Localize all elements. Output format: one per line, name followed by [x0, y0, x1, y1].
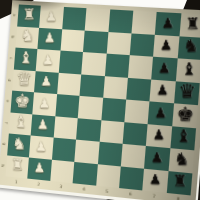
square-c8: ♝	[175, 58, 200, 82]
square-d2: ♟	[34, 71, 58, 94]
white-pawn-icon: ♟	[37, 53, 60, 66]
square-h5	[96, 164, 121, 188]
square-f4	[76, 118, 101, 142]
square-c2: ♟	[36, 49, 60, 72]
white-pawn-icon: ♟	[34, 96, 57, 109]
square-e6	[124, 100, 149, 124]
square-b3	[60, 29, 85, 52]
white-pawn-icon: ♟	[32, 118, 55, 131]
board-grid: ♜♟♟♜♞♟♟♞♝♟♟♝♛♟♟♛♚♟♟♚♝♟♟♝♞♟♟♞♜♟♟♜	[6, 4, 200, 195]
black-pawn-icon: ♟	[149, 106, 173, 120]
chessboard: abcdefgh 12345678 ♜♟♟♜♞♟♟♞♝♟♟♝♛♟♟♛♚♟♟♚♝♟…	[0, 0, 200, 200]
white-king-icon: ♚	[11, 92, 33, 110]
square-a7: ♟	[155, 12, 181, 36]
square-a8: ♜	[179, 13, 200, 37]
square-h2: ♟	[28, 157, 52, 181]
square-h4	[73, 161, 98, 185]
white-pawn-icon: ♟	[39, 31, 62, 45]
square-g7: ♟	[144, 146, 170, 171]
square-c5	[104, 54, 129, 78]
square-d5	[103, 76, 128, 100]
square-g3	[52, 138, 76, 162]
square-e5	[101, 98, 126, 122]
black-pawn-icon: ♟	[147, 128, 171, 142]
white-knight-icon: ♞	[16, 28, 38, 44]
square-f5	[99, 120, 124, 144]
white-pawn-icon: ♟	[29, 161, 51, 175]
square-c1: ♝	[14, 48, 38, 71]
square-d7: ♟	[150, 79, 176, 103]
black-bishop-icon: ♝	[176, 61, 200, 78]
square-b6	[130, 33, 156, 57]
square-h3	[50, 159, 74, 183]
square-g2: ♟	[29, 135, 53, 159]
square-d3	[57, 72, 81, 96]
square-f6	[122, 122, 147, 146]
square-a6	[131, 11, 157, 35]
black-pawn-icon: ♟	[152, 61, 176, 75]
white-rook-icon: ♜	[18, 7, 40, 23]
square-b8: ♞	[177, 36, 200, 60]
black-king-icon: ♚	[173, 104, 197, 123]
black-rook-icon: ♜	[180, 16, 200, 32]
square-d4	[80, 74, 105, 98]
square-g6	[121, 144, 146, 168]
white-pawn-icon: ♟	[35, 75, 58, 88]
square-f2: ♟	[31, 114, 55, 138]
square-e2: ♟	[33, 92, 57, 116]
square-h6	[119, 166, 144, 191]
square-g4	[74, 140, 99, 164]
square-c7: ♟	[152, 57, 178, 81]
square-d8: ♛	[174, 81, 200, 105]
square-e3	[55, 94, 79, 118]
square-h7: ♟	[143, 168, 169, 193]
square-g8: ♞	[168, 148, 194, 173]
square-a3	[62, 7, 87, 30]
black-pawn-icon: ♟	[151, 83, 175, 97]
black-queen-icon: ♛	[175, 82, 199, 101]
square-f8: ♝	[170, 126, 196, 151]
white-rook-icon: ♜	[6, 158, 28, 174]
white-pawn-icon: ♟	[40, 9, 63, 23]
square-a5	[108, 9, 133, 33]
black-bishop-icon: ♝	[171, 128, 195, 145]
square-e7: ♟	[148, 101, 174, 125]
white-queen-icon: ♛	[13, 70, 35, 88]
square-b4	[83, 30, 108, 53]
square-e1: ♚	[11, 91, 35, 114]
chessboard-photo: abcdefgh 12345678 ♜♟♟♜♞♟♟♞♝♟♟♝♛♟♟♛♚♟♟♚♝♟…	[0, 0, 200, 200]
black-knight-icon: ♞	[169, 151, 193, 168]
square-a4	[85, 8, 110, 31]
black-pawn-icon: ♟	[143, 172, 167, 186]
square-c3	[59, 51, 84, 74]
black-pawn-icon: ♟	[145, 150, 169, 164]
square-c4	[81, 52, 106, 76]
square-b7: ♟	[153, 34, 179, 58]
square-g5	[97, 142, 122, 166]
black-pawn-icon: ♟	[154, 38, 178, 52]
white-bishop-icon: ♝	[15, 50, 37, 66]
square-g1: ♞	[7, 133, 31, 157]
black-pawn-icon: ♟	[156, 16, 180, 30]
square-f1: ♝	[9, 112, 33, 135]
square-a1: ♜	[17, 4, 41, 27]
square-d6	[126, 77, 151, 101]
square-f3	[53, 116, 77, 140]
square-e4	[78, 96, 103, 120]
white-knight-icon: ♞	[8, 136, 30, 152]
square-h1: ♜	[6, 155, 30, 179]
white-bishop-icon: ♝	[10, 114, 32, 130]
square-b2: ♟	[38, 27, 62, 50]
square-f7: ♟	[146, 124, 172, 148]
square-a2: ♟	[39, 6, 63, 29]
square-b1: ♞	[16, 26, 40, 49]
square-b5	[106, 32, 131, 56]
square-h8: ♜	[166, 171, 192, 196]
black-rook-icon: ♜	[167, 174, 191, 190]
square-e8: ♚	[172, 103, 198, 128]
square-c6	[128, 55, 153, 79]
square-d1: ♛	[12, 69, 36, 92]
black-knight-icon: ♞	[178, 38, 200, 55]
white-pawn-icon: ♟	[30, 140, 52, 153]
